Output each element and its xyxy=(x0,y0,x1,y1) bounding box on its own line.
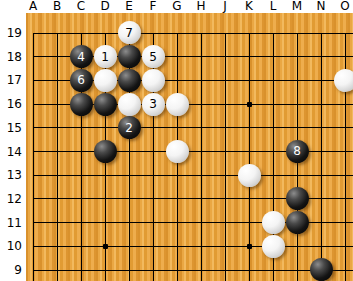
row-label-16: 16 xyxy=(0,97,22,111)
column-label-K: K xyxy=(237,0,261,13)
stone-grid: 74156328 xyxy=(21,21,353,281)
star-point-K16 xyxy=(247,102,252,107)
row-label-19: 19 xyxy=(0,26,22,40)
row-label-18: 18 xyxy=(0,50,22,64)
column-label-B: B xyxy=(45,0,69,13)
column-label-C: C xyxy=(69,0,93,13)
black-stone-M12 xyxy=(286,187,309,210)
row-label-14: 14 xyxy=(0,145,22,159)
black-stone-C16 xyxy=(70,93,93,116)
column-label-E: E xyxy=(117,0,141,13)
star-point-K10 xyxy=(247,244,252,249)
white-stone-E19: 7 xyxy=(118,21,141,44)
row-label-13: 13 xyxy=(0,168,22,182)
white-stone-O17 xyxy=(334,69,353,92)
white-stone-G16 xyxy=(166,93,189,116)
column-label-L: L xyxy=(261,0,285,13)
white-stone-L11 xyxy=(262,211,285,234)
column-label-J: J xyxy=(213,0,237,13)
black-stone-M14: 8 xyxy=(286,140,309,163)
white-stone-K13 xyxy=(238,164,261,187)
row-label-10: 10 xyxy=(0,239,22,253)
black-stone-N9 xyxy=(310,258,333,281)
black-stone-C17: 6 xyxy=(70,69,93,92)
go-board[interactable]: 74156328 xyxy=(26,13,353,281)
column-label-F: F xyxy=(141,0,165,13)
go-diagram-screenshot: 74156328 ABCDEFGHJKLMNO 1918171615141312… xyxy=(0,0,353,281)
white-stone-L10 xyxy=(262,235,285,258)
white-stone-D17 xyxy=(94,69,117,92)
black-stone-E15: 2 xyxy=(118,116,141,139)
white-stone-F16: 3 xyxy=(142,93,165,116)
black-stone-D16 xyxy=(94,93,117,116)
white-stone-G14 xyxy=(166,140,189,163)
column-label-M: M xyxy=(285,0,309,13)
stone-move-number: 6 xyxy=(77,74,85,86)
row-label-9: 9 xyxy=(0,263,22,277)
column-label-H: H xyxy=(189,0,213,13)
row-label-12: 12 xyxy=(0,192,22,206)
row-label-15: 15 xyxy=(0,121,22,135)
column-label-D: D xyxy=(93,0,117,13)
white-stone-F18: 5 xyxy=(142,45,165,68)
black-stone-D14 xyxy=(94,140,117,163)
black-stone-E18 xyxy=(118,45,141,68)
column-label-O: O xyxy=(333,0,353,13)
black-stone-M11 xyxy=(286,211,309,234)
white-stone-F17 xyxy=(142,69,165,92)
column-label-G: G xyxy=(165,0,189,13)
stone-move-number: 4 xyxy=(77,51,85,63)
column-labels: ABCDEFGHJKLMNO xyxy=(0,0,353,13)
stone-move-number: 7 xyxy=(125,27,133,39)
stone-move-number: 8 xyxy=(293,145,301,157)
star-point-D10 xyxy=(103,244,108,249)
row-label-11: 11 xyxy=(0,216,22,230)
stone-move-number: 2 xyxy=(125,122,133,134)
row-labels: 191817161514131211109 xyxy=(0,0,26,281)
column-label-N: N xyxy=(309,0,333,13)
black-stone-C18: 4 xyxy=(70,45,93,68)
stone-move-number: 1 xyxy=(101,51,109,63)
stone-move-number: 5 xyxy=(149,51,157,63)
white-stone-D18: 1 xyxy=(94,45,117,68)
stone-move-number: 3 xyxy=(149,98,157,110)
row-label-17: 17 xyxy=(0,73,22,87)
white-stone-E16 xyxy=(118,93,141,116)
black-stone-E17 xyxy=(118,69,141,92)
